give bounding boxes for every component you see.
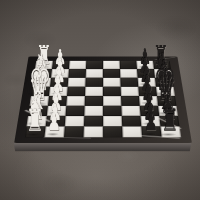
marble-vein [43,137,91,139]
square-b7 [140,116,160,127]
square-a7 [141,127,161,138]
square-d1 [29,96,48,106]
square-b2 [45,116,65,127]
photo-scene: ♜♞♝♚♛♝♞♜♟♟♟♟♟♟♟♟♟♟♟♟♟♟♟♟♜♞♝♚♛♝♞♜ [0,0,200,200]
square-c4 [84,106,103,116]
board-perspective-wrapper [22,15,184,177]
square-d2 [47,96,66,106]
square-e5 [103,87,121,96]
square-e1 [31,87,50,96]
square-d6 [121,96,140,106]
square-b6 [121,116,141,127]
square-a1 [24,127,45,138]
square-b1 [26,116,46,127]
square-d5 [103,96,121,106]
square-b5 [103,116,122,127]
square-d8 [157,96,176,106]
square-d3 [66,96,85,106]
square-d7 [139,96,158,106]
square-c7 [139,106,158,116]
square-e8 [155,87,174,96]
square-c1 [28,106,48,116]
square-c8 [158,106,178,116]
square-b8 [159,116,179,127]
square-b3 [64,116,84,127]
board-squares-grid [24,61,180,138]
square-b4 [83,116,102,127]
square-e2 [49,87,68,96]
square-c3 [65,106,84,116]
square-d4 [84,96,102,106]
square-a4 [83,127,103,138]
square-a6 [122,127,142,138]
square-a2 [44,127,64,138]
chess-board [14,57,192,144]
square-e4 [85,87,103,96]
square-e7 [138,87,157,96]
square-a5 [103,127,123,138]
square-c5 [103,106,122,116]
square-a8 [160,127,181,138]
square-c6 [121,106,140,116]
square-a3 [63,127,83,138]
square-c2 [46,106,65,116]
square-e3 [67,87,85,96]
square-e6 [120,87,138,96]
